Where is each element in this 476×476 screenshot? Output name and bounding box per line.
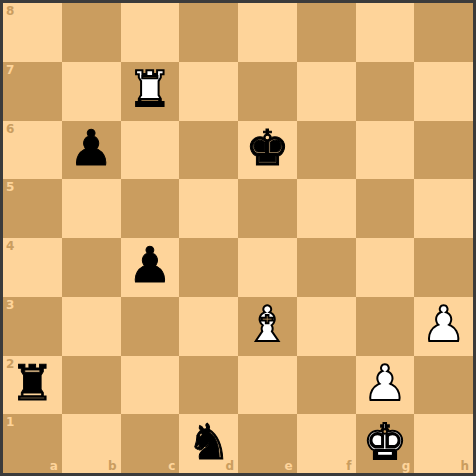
file-label-a: a bbox=[50, 460, 58, 472]
square-e1[interactable]: e bbox=[238, 414, 297, 473]
square-g6[interactable] bbox=[356, 121, 415, 180]
file-label-c: c bbox=[168, 460, 175, 472]
square-c7[interactable]: ♜ bbox=[121, 62, 180, 121]
square-f8[interactable] bbox=[297, 3, 356, 62]
square-e7[interactable] bbox=[238, 62, 297, 121]
square-h8[interactable] bbox=[414, 3, 473, 62]
rank-label-7: 7 bbox=[6, 64, 14, 76]
square-a5[interactable]: 5 bbox=[3, 179, 62, 238]
square-e2[interactable] bbox=[238, 356, 297, 415]
square-g7[interactable] bbox=[356, 62, 415, 121]
square-b5[interactable] bbox=[62, 179, 121, 238]
square-b4[interactable] bbox=[62, 238, 121, 297]
square-c5[interactable] bbox=[121, 179, 180, 238]
square-d5[interactable] bbox=[179, 179, 238, 238]
square-d6[interactable] bbox=[179, 121, 238, 180]
square-c6[interactable] bbox=[121, 121, 180, 180]
square-e4[interactable] bbox=[238, 238, 297, 297]
chess-board-frame: 87♜6♟♚54♟3♝♟2♜♟1abcd♞efg♚h bbox=[0, 0, 476, 476]
square-g4[interactable] bbox=[356, 238, 415, 297]
square-c8[interactable] bbox=[121, 3, 180, 62]
square-f2[interactable] bbox=[297, 356, 356, 415]
square-d7[interactable] bbox=[179, 62, 238, 121]
square-g5[interactable] bbox=[356, 179, 415, 238]
piece-white-rook[interactable]: ♜ bbox=[128, 62, 172, 119]
square-a6[interactable]: 6 bbox=[3, 121, 62, 180]
square-d8[interactable] bbox=[179, 3, 238, 62]
square-e3[interactable]: ♝ bbox=[238, 297, 297, 356]
square-d4[interactable] bbox=[179, 238, 238, 297]
square-c4[interactable]: ♟ bbox=[121, 238, 180, 297]
piece-black-knight[interactable]: ♞ bbox=[187, 414, 231, 471]
piece-white-bishop[interactable]: ♝ bbox=[245, 297, 289, 354]
square-g3[interactable] bbox=[356, 297, 415, 356]
square-f5[interactable] bbox=[297, 179, 356, 238]
square-b8[interactable] bbox=[62, 3, 121, 62]
file-label-e: e bbox=[285, 460, 293, 472]
square-f1[interactable]: f bbox=[297, 414, 356, 473]
piece-white-pawn[interactable]: ♟ bbox=[363, 356, 407, 413]
square-d2[interactable] bbox=[179, 356, 238, 415]
square-b6[interactable]: ♟ bbox=[62, 121, 121, 180]
piece-black-rook[interactable]: ♜ bbox=[10, 356, 54, 413]
square-h6[interactable] bbox=[414, 121, 473, 180]
rank-label-4: 4 bbox=[6, 240, 14, 252]
piece-black-pawn[interactable]: ♟ bbox=[128, 238, 172, 295]
square-f4[interactable] bbox=[297, 238, 356, 297]
square-h4[interactable] bbox=[414, 238, 473, 297]
square-a7[interactable]: 7 bbox=[3, 62, 62, 121]
square-f3[interactable] bbox=[297, 297, 356, 356]
rank-label-3: 3 bbox=[6, 299, 14, 311]
board: 87♜6♟♚54♟3♝♟2♜♟1abcd♞efg♚h bbox=[3, 3, 473, 473]
square-g2[interactable]: ♟ bbox=[356, 356, 415, 415]
piece-black-pawn[interactable]: ♟ bbox=[69, 121, 113, 178]
square-h3[interactable]: ♟ bbox=[414, 297, 473, 356]
square-b3[interactable] bbox=[62, 297, 121, 356]
square-a2[interactable]: 2♜ bbox=[3, 356, 62, 415]
file-label-h: h bbox=[460, 460, 469, 472]
rank-label-8: 8 bbox=[6, 5, 14, 17]
square-d3[interactable] bbox=[179, 297, 238, 356]
square-e8[interactable] bbox=[238, 3, 297, 62]
rank-label-5: 5 bbox=[6, 181, 14, 193]
square-d1[interactable]: d♞ bbox=[179, 414, 238, 473]
square-f6[interactable] bbox=[297, 121, 356, 180]
square-b7[interactable] bbox=[62, 62, 121, 121]
rank-label-1: 1 bbox=[6, 416, 14, 428]
piece-black-king[interactable]: ♚ bbox=[245, 121, 289, 178]
square-h7[interactable] bbox=[414, 62, 473, 121]
square-c1[interactable]: c bbox=[121, 414, 180, 473]
rank-label-6: 6 bbox=[6, 123, 14, 135]
square-b1[interactable]: b bbox=[62, 414, 121, 473]
file-label-f: f bbox=[346, 460, 351, 472]
square-a4[interactable]: 4 bbox=[3, 238, 62, 297]
square-a1[interactable]: 1a bbox=[3, 414, 62, 473]
square-e6[interactable]: ♚ bbox=[238, 121, 297, 180]
square-g8[interactable] bbox=[356, 3, 415, 62]
square-c3[interactable] bbox=[121, 297, 180, 356]
piece-white-pawn[interactable]: ♟ bbox=[422, 297, 466, 354]
piece-white-king[interactable]: ♚ bbox=[363, 414, 407, 471]
square-h1[interactable]: h bbox=[414, 414, 473, 473]
square-f7[interactable] bbox=[297, 62, 356, 121]
square-a8[interactable]: 8 bbox=[3, 3, 62, 62]
square-h2[interactable] bbox=[414, 356, 473, 415]
square-c2[interactable] bbox=[121, 356, 180, 415]
square-e5[interactable] bbox=[238, 179, 297, 238]
square-b2[interactable] bbox=[62, 356, 121, 415]
square-a3[interactable]: 3 bbox=[3, 297, 62, 356]
square-h5[interactable] bbox=[414, 179, 473, 238]
square-g1[interactable]: g♚ bbox=[356, 414, 415, 473]
file-label-b: b bbox=[108, 460, 117, 472]
